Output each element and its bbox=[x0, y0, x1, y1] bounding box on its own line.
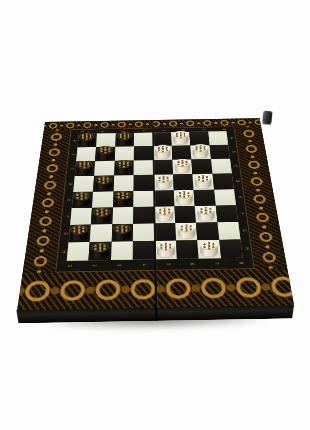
square-C7 bbox=[191, 159, 212, 174]
piece-top-rosette-icon bbox=[114, 191, 131, 200]
dark-checker-piece bbox=[76, 161, 92, 176]
square-A3 bbox=[115, 133, 134, 147]
square-D1 bbox=[73, 176, 94, 192]
dark-checker-piece bbox=[70, 225, 88, 241]
square-A1 bbox=[77, 134, 97, 148]
coord-label-bottom-7: 7 bbox=[212, 258, 220, 269]
checkers-board: 12345678 ABCDEFGH ABCDEFGH 12345678 bbox=[17, 118, 294, 310]
square-C4 bbox=[133, 160, 153, 175]
coord-label-left-E: E bbox=[62, 198, 74, 202]
white-checker-piece bbox=[174, 159, 190, 174]
square-G2 bbox=[90, 224, 112, 242]
square-D8 bbox=[212, 174, 234, 190]
square-G3 bbox=[111, 224, 133, 242]
square-C1 bbox=[74, 161, 95, 176]
coord-label-top-6: 6 bbox=[181, 126, 185, 134]
product-photo: 12345678 ABCDEFGH ABCDEFGH 12345678 bbox=[0, 0, 310, 430]
white-checker-piece bbox=[155, 206, 172, 222]
coord-label-top-3: 3 bbox=[120, 127, 124, 135]
coord-label-left-B: B bbox=[66, 153, 78, 156]
latch-clasp bbox=[262, 111, 272, 125]
dark-checker-piece bbox=[116, 132, 132, 146]
dark-checker-piece bbox=[114, 191, 131, 206]
square-A6 bbox=[171, 132, 190, 146]
square-E6 bbox=[173, 190, 194, 206]
square-F5 bbox=[153, 206, 174, 223]
square-C8 bbox=[210, 159, 231, 174]
coord-label-bottom-4: 4 bbox=[138, 259, 145, 270]
square-E1 bbox=[71, 191, 93, 207]
square-C2 bbox=[94, 161, 114, 176]
dark-checker-piece bbox=[115, 160, 131, 175]
square-B2 bbox=[95, 147, 115, 161]
white-checker-piece bbox=[156, 241, 174, 257]
dark-checker-piece bbox=[73, 191, 90, 206]
square-D7 bbox=[192, 174, 213, 190]
square-G6 bbox=[175, 223, 197, 241]
dark-checker-piece bbox=[92, 207, 109, 223]
white-checker-piece bbox=[177, 223, 195, 239]
coord-label-bottom-3: 3 bbox=[114, 260, 122, 271]
square-E8 bbox=[213, 189, 235, 205]
square-B8 bbox=[209, 145, 230, 159]
square-F4 bbox=[133, 206, 154, 223]
coord-label-bottom-5: 5 bbox=[163, 259, 171, 270]
dark-checker-piece bbox=[97, 146, 113, 160]
square-E4 bbox=[133, 190, 154, 206]
square-H3 bbox=[110, 241, 132, 260]
piece-top-rosette-icon bbox=[175, 190, 192, 199]
coord-label-right-B: B bbox=[227, 150, 239, 153]
piece-top-rosette-icon bbox=[70, 225, 88, 234]
white-checker-piece bbox=[192, 144, 208, 158]
coord-label-right-H: H bbox=[239, 246, 252, 250]
square-F1 bbox=[70, 208, 92, 225]
square-F3 bbox=[112, 207, 133, 224]
coord-label-top-1: 1 bbox=[79, 128, 83, 136]
piece-top-rosette-icon bbox=[90, 243, 108, 253]
square-C5 bbox=[153, 160, 173, 175]
coord-label-left-G: G bbox=[58, 231, 71, 235]
square-B7 bbox=[190, 145, 210, 159]
square-E2 bbox=[92, 191, 113, 207]
coord-label-top-8: 8 bbox=[221, 126, 225, 134]
coord-label-right-A: A bbox=[225, 136, 236, 139]
square-H2 bbox=[88, 242, 111, 261]
square-H8 bbox=[218, 239, 242, 258]
coord-label-right-F: F bbox=[235, 211, 248, 215]
square-F7 bbox=[194, 205, 216, 222]
square-E3 bbox=[112, 191, 133, 207]
piece-top-rosette-icon bbox=[195, 174, 211, 183]
square-H7 bbox=[197, 240, 220, 259]
coord-label-left-C: C bbox=[65, 167, 77, 170]
coord-label-left-D: D bbox=[63, 182, 75, 186]
piece-top-rosette-icon bbox=[155, 206, 172, 215]
coord-label-bottom-1: 1 bbox=[64, 261, 72, 272]
square-B1 bbox=[76, 147, 96, 161]
square-G7 bbox=[196, 222, 219, 240]
piece-top-rosette-icon bbox=[154, 145, 170, 153]
coord-label-top-2: 2 bbox=[99, 128, 103, 136]
coord-label-right-C: C bbox=[229, 164, 241, 167]
square-A4 bbox=[133, 133, 152, 147]
square-F8 bbox=[215, 205, 238, 222]
piece-top-rosette-icon bbox=[156, 241, 174, 251]
coord-label-bottom-6: 6 bbox=[187, 259, 195, 270]
coord-label-left-F: F bbox=[60, 214, 73, 218]
dark-checker-piece bbox=[90, 243, 108, 259]
white-checker-piece bbox=[155, 174, 172, 189]
dark-checker-piece bbox=[113, 224, 131, 240]
square-G4 bbox=[132, 223, 153, 241]
square-C3 bbox=[114, 161, 134, 176]
coord-label-left-A: A bbox=[68, 139, 79, 142]
square-D6 bbox=[172, 174, 193, 190]
coord-label-right-E: E bbox=[233, 195, 245, 199]
square-G8 bbox=[217, 222, 240, 240]
dark-checker-piece bbox=[95, 175, 112, 190]
white-checker-piece bbox=[197, 206, 214, 222]
piece-top-rosette-icon bbox=[177, 223, 195, 232]
square-D3 bbox=[113, 175, 133, 191]
coord-label-right-G: G bbox=[237, 228, 250, 232]
square-F2 bbox=[91, 207, 113, 224]
square-H6 bbox=[175, 240, 198, 259]
square-B5 bbox=[152, 146, 171, 160]
coord-label-top-5: 5 bbox=[160, 127, 164, 135]
square-D2 bbox=[93, 176, 114, 192]
square-C6 bbox=[172, 160, 192, 175]
square-F6 bbox=[174, 206, 196, 223]
square-G5 bbox=[154, 223, 176, 241]
square-H1 bbox=[66, 242, 89, 261]
piece-top-rosette-icon bbox=[92, 207, 109, 216]
square-A8 bbox=[207, 131, 227, 145]
piece-top-rosette-icon bbox=[155, 174, 171, 183]
coord-label-left-H: H bbox=[56, 249, 69, 253]
white-checker-piece bbox=[154, 145, 170, 159]
piece-top-rosette-icon bbox=[95, 175, 111, 184]
white-checker-piece bbox=[200, 241, 218, 257]
square-G1 bbox=[68, 224, 91, 242]
white-checker-piece bbox=[175, 190, 192, 205]
coord-label-right-D: D bbox=[231, 179, 243, 183]
square-B4 bbox=[133, 146, 152, 160]
square-H5 bbox=[154, 240, 176, 259]
piece-top-rosette-icon bbox=[197, 206, 214, 215]
square-E5 bbox=[153, 190, 174, 206]
white-checker-piece bbox=[195, 174, 212, 189]
square-E7 bbox=[193, 189, 215, 205]
square-H4 bbox=[132, 241, 154, 260]
piece-top-rosette-icon bbox=[113, 224, 131, 233]
square-D4 bbox=[133, 175, 153, 191]
piece-top-rosette-icon bbox=[116, 132, 131, 140]
coord-label-bottom-8: 8 bbox=[236, 258, 245, 269]
coord-label-top-7: 7 bbox=[201, 126, 205, 134]
piece-top-rosette-icon bbox=[73, 191, 90, 200]
square-D5 bbox=[153, 175, 173, 191]
coord-label-bottom-2: 2 bbox=[89, 260, 97, 271]
coord-label-top-4: 4 bbox=[140, 127, 143, 135]
